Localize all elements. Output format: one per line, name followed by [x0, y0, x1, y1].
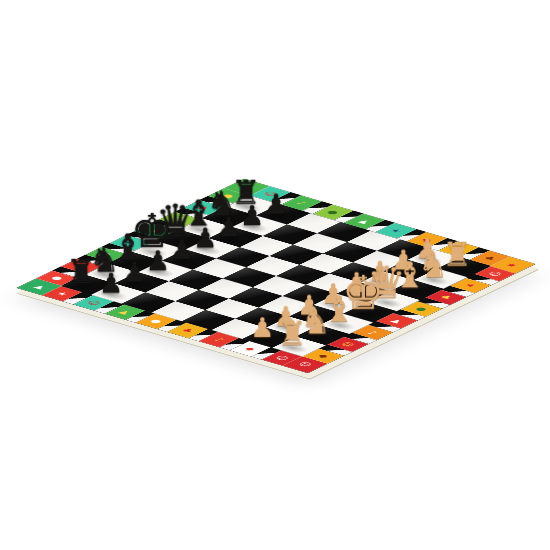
- black-pawn-c7[interactable]: ♟: [217, 213, 241, 240]
- black-pawn-a7[interactable]: ♟: [264, 191, 288, 218]
- black-pawn-f7[interactable]: ♟: [146, 247, 170, 274]
- black-pawn-g7[interactable]: ♟: [123, 258, 147, 285]
- chess-board: ● ★ ☺ ▲ ☺♪●▲★◆☺♣ ☺★♣●▲♪☺◆ ★☺▲●♣♪◆☺ ●▲☺★♣…: [15, 178, 537, 374]
- black-pawn-b7[interactable]: ♟: [241, 202, 265, 229]
- black-rook-h8[interactable]: ♜: [66, 255, 96, 288]
- playing-grid: ♜♟♟♜♞♟♟♞♝♟♟♝♛♟♟♛♚♟♟♚♝♟♟♝♞♟♟♞♜♟♟♜: [61, 196, 491, 357]
- black-pawn-h7[interactable]: ♟: [99, 270, 123, 297]
- product-photo: ● ★ ☺ ▲ ☺♪●▲★◆☺♣ ☺★♣●▲♪☺◆ ★☺▲●♣♪◆☺ ●▲☺★♣…: [0, 0, 550, 550]
- black-pawn-d7[interactable]: ♟: [193, 225, 217, 252]
- white-pawn-h2[interactable]: ♟: [250, 314, 274, 341]
- black-pawn-e7[interactable]: ♟: [170, 236, 194, 263]
- white-rook-h1[interactable]: ♜: [277, 317, 307, 350]
